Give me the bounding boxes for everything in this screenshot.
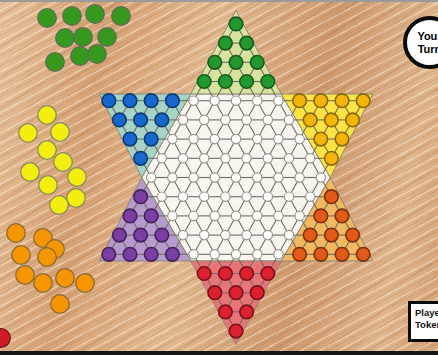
- board-hole[interactable]: [274, 211, 283, 220]
- board-hole[interactable]: [168, 173, 177, 182]
- board-hole[interactable]: [274, 173, 283, 182]
- board-hole[interactable]: [221, 230, 230, 239]
- piece-blue[interactable]: [155, 113, 169, 127]
- piece-blue[interactable]: [134, 113, 148, 127]
- piece-purple[interactable]: [155, 228, 169, 242]
- piece-orange[interactable]: [346, 228, 360, 242]
- board-hole[interactable]: [168, 211, 177, 220]
- board-hole[interactable]: [316, 173, 325, 182]
- piece-blue[interactable]: [166, 94, 180, 108]
- piece-green[interactable]: [240, 75, 254, 89]
- piece-orange[interactable]: [335, 209, 349, 223]
- piece-yellow[interactable]: [314, 94, 328, 108]
- your-turn-line2: Turn: [418, 43, 438, 56]
- board-hole[interactable]: [221, 115, 230, 124]
- piece-orange[interactable]: [335, 248, 349, 262]
- piece-blue[interactable]: [134, 152, 148, 166]
- piece-orange[interactable]: [325, 228, 339, 242]
- bottom-border-strip: [0, 351, 438, 355]
- token-orange[interactable]: [16, 266, 35, 285]
- token-green[interactable]: [71, 47, 90, 66]
- token-green[interactable]: [88, 45, 107, 64]
- piece-purple[interactable]: [144, 209, 158, 223]
- piece-purple[interactable]: [123, 248, 137, 262]
- board-hole[interactable]: [231, 211, 240, 220]
- board-hole[interactable]: [253, 250, 262, 259]
- piece-blue[interactable]: [113, 113, 127, 127]
- piece-yellow[interactable]: [335, 132, 349, 146]
- piece-orange[interactable]: [303, 228, 317, 242]
- player-tokens-label: Player Tokens: [408, 301, 438, 342]
- piece-purple[interactable]: [134, 190, 148, 204]
- board-hole[interactable]: [157, 154, 166, 163]
- piece-red[interactable]: [208, 286, 222, 300]
- piece-yellow[interactable]: [325, 113, 339, 127]
- board-hole[interactable]: [242, 192, 251, 201]
- token-yellow[interactable]: [38, 141, 57, 160]
- board-hole[interactable]: [306, 192, 315, 201]
- player-tokens-line2: Tokens: [415, 319, 438, 331]
- board-hole[interactable]: [178, 230, 187, 239]
- piece-red[interactable]: [219, 267, 233, 281]
- piece-orange[interactable]: [314, 209, 328, 223]
- piece-yellow[interactable]: [335, 94, 349, 108]
- piece-green[interactable]: [240, 36, 254, 50]
- piece-green[interactable]: [250, 56, 264, 70]
- piece-yellow[interactable]: [346, 113, 360, 127]
- token-yellow[interactable]: [38, 106, 57, 125]
- token-orange[interactable]: [34, 274, 53, 293]
- board-hole[interactable]: [210, 96, 219, 105]
- token-orange[interactable]: [76, 274, 95, 293]
- token-yellow[interactable]: [39, 176, 58, 195]
- board-hole[interactable]: [274, 250, 283, 259]
- board-hole[interactable]: [231, 134, 240, 143]
- board-hole[interactable]: [189, 250, 198, 259]
- board-hole[interactable]: [253, 173, 262, 182]
- your-turn-line1: Your: [417, 30, 438, 43]
- piece-green[interactable]: [229, 17, 243, 31]
- board-hole[interactable]: [200, 115, 209, 124]
- board-hole[interactable]: [295, 173, 304, 182]
- board-hole[interactable]: [221, 192, 230, 201]
- piece-green[interactable]: [208, 56, 222, 70]
- piece-orange[interactable]: [293, 248, 307, 262]
- board-hole[interactable]: [242, 230, 251, 239]
- board-hole[interactable]: [231, 250, 240, 259]
- board-hole[interactable]: [263, 192, 272, 201]
- piece-red[interactable]: [229, 324, 243, 338]
- token-yellow[interactable]: [67, 189, 86, 208]
- top-border-strip: [0, 0, 438, 2]
- token-green[interactable]: [112, 7, 131, 26]
- token-yellow[interactable]: [54, 153, 73, 172]
- token-orange[interactable]: [7, 224, 26, 243]
- piece-yellow[interactable]: [303, 113, 317, 127]
- board-hole[interactable]: [147, 173, 156, 182]
- piece-red[interactable]: [240, 267, 254, 281]
- piece-red[interactable]: [229, 286, 243, 300]
- board-hole[interactable]: [189, 173, 198, 182]
- board-hole[interactable]: [242, 115, 251, 124]
- wood-background: { "game": "Chinese Checkers", "status": …: [0, 0, 438, 355]
- token-orange[interactable]: [56, 269, 75, 288]
- board-hole[interactable]: [263, 230, 272, 239]
- piece-red[interactable]: [219, 305, 233, 319]
- piece-orange[interactable]: [325, 190, 339, 204]
- board-hole[interactable]: [231, 173, 240, 182]
- token-green[interactable]: [86, 5, 105, 24]
- token-green[interactable]: [63, 7, 82, 26]
- board-hole[interactable]: [253, 96, 262, 105]
- board-hole[interactable]: [231, 96, 240, 105]
- token-yellow[interactable]: [21, 163, 40, 182]
- board-hole[interactable]: [200, 154, 209, 163]
- token-green[interactable]: [74, 28, 93, 47]
- piece-orange[interactable]: [314, 248, 328, 262]
- board-hole[interactable]: [284, 230, 293, 239]
- board-hole[interactable]: [284, 115, 293, 124]
- board-hole[interactable]: [274, 96, 283, 105]
- piece-red[interactable]: [197, 267, 211, 281]
- board-hole[interactable]: [263, 115, 272, 124]
- piece-yellow[interactable]: [356, 94, 370, 108]
- piece-blue[interactable]: [144, 94, 158, 108]
- token-orange[interactable]: [12, 246, 31, 265]
- board-hole[interactable]: [168, 134, 177, 143]
- piece-green[interactable]: [219, 75, 233, 89]
- board-hole[interactable]: [253, 211, 262, 220]
- board-hole[interactable]: [284, 192, 293, 201]
- board-hole[interactable]: [189, 211, 198, 220]
- board-hole[interactable]: [157, 192, 166, 201]
- piece-purple[interactable]: [113, 228, 127, 242]
- board-hole[interactable]: [306, 154, 315, 163]
- token-yellow[interactable]: [50, 196, 69, 215]
- board-hole[interactable]: [210, 250, 219, 259]
- piece-yellow[interactable]: [314, 132, 328, 146]
- board-hole[interactable]: [263, 154, 272, 163]
- board-hole[interactable]: [178, 115, 187, 124]
- piece-purple[interactable]: [102, 248, 116, 262]
- piece-red[interactable]: [240, 305, 254, 319]
- piece-blue[interactable]: [144, 132, 158, 146]
- board-hole[interactable]: [274, 134, 283, 143]
- piece-blue[interactable]: [102, 94, 116, 108]
- board-hole[interactable]: [178, 192, 187, 201]
- piece-green[interactable]: [229, 56, 243, 70]
- board-hole[interactable]: [295, 211, 304, 220]
- piece-purple[interactable]: [123, 209, 137, 223]
- board-hole[interactable]: [200, 192, 209, 201]
- board-hole[interactable]: [242, 154, 251, 163]
- piece-red[interactable]: [261, 267, 275, 281]
- piece-orange[interactable]: [356, 248, 370, 262]
- token-yellow[interactable]: [51, 123, 70, 142]
- board-hole[interactable]: [178, 154, 187, 163]
- token-green[interactable]: [98, 28, 117, 47]
- board-hole[interactable]: [295, 134, 304, 143]
- token-green[interactable]: [38, 9, 57, 28]
- piece-purple[interactable]: [166, 248, 180, 262]
- token-yellow[interactable]: [19, 124, 38, 143]
- token-orange[interactable]: [51, 295, 70, 314]
- token-red[interactable]: [0, 329, 10, 348]
- token-green[interactable]: [46, 53, 65, 72]
- piece-purple[interactable]: [134, 228, 148, 242]
- token-green[interactable]: [56, 29, 75, 48]
- board-hole[interactable]: [200, 230, 209, 239]
- piece-blue[interactable]: [123, 132, 137, 146]
- board-hole[interactable]: [284, 154, 293, 163]
- token-orange[interactable]: [38, 248, 57, 267]
- board-hole[interactable]: [221, 154, 230, 163]
- player-tokens-line1: Player: [415, 307, 438, 319]
- token-yellow[interactable]: [68, 168, 87, 187]
- board-hole[interactable]: [210, 211, 219, 220]
- board-hole[interactable]: [210, 173, 219, 182]
- piece-purple[interactable]: [144, 248, 158, 262]
- piece-green[interactable]: [261, 75, 275, 89]
- board-hole[interactable]: [253, 134, 262, 143]
- piece-green[interactable]: [219, 36, 233, 50]
- piece-red[interactable]: [250, 286, 264, 300]
- chinese-checkers-board: [0, 0, 438, 355]
- board-hole[interactable]: [210, 134, 219, 143]
- piece-green[interactable]: [197, 75, 211, 89]
- piece-yellow[interactable]: [325, 152, 339, 166]
- board-hole[interactable]: [189, 134, 198, 143]
- piece-blue[interactable]: [123, 94, 137, 108]
- board-hole[interactable]: [189, 96, 198, 105]
- piece-yellow[interactable]: [293, 94, 307, 108]
